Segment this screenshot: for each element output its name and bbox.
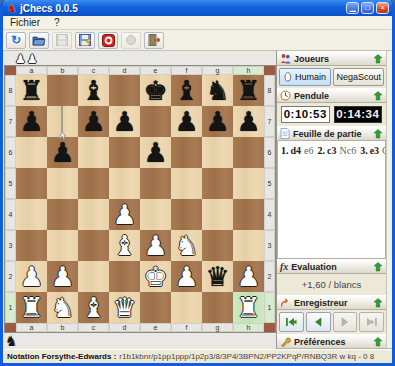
go-to-end-button	[359, 312, 384, 332]
new-game-button[interactable]: ↻	[6, 32, 26, 49]
square-a7[interactable]: ♟	[16, 106, 47, 137]
piece-white-p[interactable]: ♟	[174, 262, 198, 292]
open-folder-icon	[32, 34, 46, 46]
piece-black-p[interactable]: ♟	[81, 107, 105, 137]
clock-icon	[280, 90, 291, 101]
move-white[interactable]: d4	[291, 145, 302, 156]
captured-white-p: ♟	[15, 53, 26, 65]
square-c6[interactable]	[78, 137, 109, 168]
square-d7[interactable]: ♟	[109, 106, 140, 137]
square-d3[interactable]: ♝	[109, 230, 140, 261]
quit-button[interactable]	[144, 32, 164, 49]
square-c8[interactable]: ♝	[78, 75, 109, 106]
rank-label-3-right: 3	[264, 230, 275, 261]
side-panel: Joueurs Humain NegaScout P	[277, 51, 392, 349]
wrench-icon	[280, 336, 291, 347]
white-player-button[interactable]: Humain	[279, 68, 331, 86]
square-d4[interactable]: ♟	[109, 199, 140, 230]
save-button	[52, 32, 72, 49]
players-icon	[280, 53, 291, 64]
piece-white-p[interactable]: ♟	[236, 262, 260, 292]
move-black[interactable]: Nc6	[339, 145, 356, 156]
piece-white-k[interactable]: ♚	[143, 262, 167, 292]
minimize-button[interactable]: ▁	[346, 2, 359, 14]
refresh-icon: ↻	[11, 34, 21, 46]
rank-label-6: 6	[5, 137, 16, 168]
maximize-button[interactable]: □	[361, 2, 374, 14]
piece-white-n[interactable]: ♞	[174, 231, 198, 261]
square-f8[interactable]: ♝	[171, 75, 202, 106]
status-bar: Notation Forsythe-Edwards : r1b1kbnr/p1p…	[3, 349, 392, 363]
square-h4[interactable]	[233, 199, 264, 230]
white-player-name: Humain	[295, 72, 327, 82]
main-area: ♟♟ abcdefgh8♜♝♚♝♞♜87♟♟♟♟♟♟76♟♟6554♟43♝♟♞…	[3, 51, 392, 349]
menu-fichier[interactable]: Fichier	[3, 17, 47, 28]
rank-label-7: 7	[5, 106, 16, 137]
panel-scrollbar[interactable]	[386, 51, 392, 349]
toolbar: ↻	[3, 30, 392, 51]
square-e1[interactable]	[140, 292, 171, 323]
section-joueurs-header[interactable]: Joueurs	[277, 51, 386, 66]
stop-button[interactable]	[98, 32, 118, 49]
file-label-e: e	[140, 323, 171, 332]
piece-white-p[interactable]: ♟	[50, 262, 74, 292]
section-evaluation-header[interactable]: fx Evaluation	[277, 259, 386, 274]
square-e6[interactable]: ♟	[140, 137, 171, 168]
square-e4[interactable]	[140, 199, 171, 230]
file-label-d: d	[109, 66, 140, 75]
rank-label-7-right: 7	[264, 106, 275, 137]
piece-black-r[interactable]: ♜	[236, 76, 260, 106]
piece-white-p[interactable]: ♟	[112, 200, 136, 230]
square-c7[interactable]: ♟	[78, 106, 109, 137]
piece-black-q[interactable]: ♛	[205, 262, 229, 292]
square-c5[interactable]	[78, 168, 109, 199]
section-pendule-title: Pendule	[294, 91, 329, 101]
rank-label-1: 1	[5, 292, 16, 323]
square-h7[interactable]: ♟	[233, 106, 264, 137]
save-as-disk-icon	[79, 34, 91, 46]
piece-black-b[interactable]: ♝	[81, 76, 105, 106]
feuille-settings-icon[interactable]	[373, 129, 383, 139]
move-list[interactable]: 1.d4e62.c3Nc63.e3Qg54.Nf3Qg45.Bd3Nxd46.c…	[277, 141, 386, 259]
square-g4[interactable]	[202, 199, 233, 230]
board-corner	[5, 66, 16, 75]
square-c3[interactable]	[78, 230, 109, 261]
square-b6[interactable]: ♟	[47, 137, 78, 168]
file-label-e: e	[140, 66, 171, 75]
square-a2[interactable]: ♟	[16, 261, 47, 292]
piece-white-p[interactable]: ♟	[19, 262, 43, 292]
square-d2[interactable]	[109, 261, 140, 292]
move-white[interactable]: c3	[327, 145, 336, 156]
move-number: 2.	[318, 145, 326, 156]
rank-label-4: 4	[5, 199, 16, 230]
section-enregistreur-header[interactable]: Enregistreur	[277, 295, 386, 310]
fen-label: Notation Forsythe-Edwards :	[7, 352, 116, 361]
square-b3[interactable]	[47, 230, 78, 261]
exit-door-icon	[148, 34, 161, 46]
piece-black-p[interactable]: ♟	[112, 107, 136, 137]
chess-board: abcdefgh8♜♝♚♝♞♜87♟♟♟♟♟♟76♟♟6554♟43♝♟♞32♟…	[4, 65, 276, 333]
square-b2[interactable]: ♟	[47, 261, 78, 292]
square-h1[interactable]: ♜	[233, 292, 264, 323]
enregistreur-settings-icon[interactable]	[373, 298, 383, 308]
square-a5[interactable]	[16, 168, 47, 199]
game-sheet-icon	[280, 128, 290, 139]
square-g1[interactable]	[202, 292, 233, 323]
black-player-button[interactable]: NegaScout	[333, 68, 385, 86]
piece-black-n[interactable]: ♞	[205, 76, 229, 106]
piece-white-b[interactable]: ♝	[112, 231, 136, 261]
square-f1[interactable]	[171, 292, 202, 323]
back-icon	[313, 317, 323, 327]
piece-white-p[interactable]: ♟	[143, 231, 167, 261]
square-a6[interactable]	[16, 137, 47, 168]
square-f6[interactable]	[171, 137, 202, 168]
square-g7[interactable]: ♟	[202, 106, 233, 137]
clocks: 0:10:53 0:14:34	[277, 103, 386, 126]
piece-black-p[interactable]: ♟	[50, 138, 74, 168]
file-label-f: f	[171, 323, 202, 332]
captured-tray-bottom: ♞	[3, 333, 276, 348]
go-to-start-button[interactable]	[279, 312, 304, 332]
rank-label-4-right: 4	[264, 199, 275, 230]
file-label-f: f	[171, 66, 202, 75]
rank-label-8-right: 8	[264, 75, 275, 106]
evaluation-settings-icon[interactable]	[373, 262, 383, 272]
file-label-g: g	[202, 323, 233, 332]
evaluation-value: +1,60 / blancs	[277, 274, 386, 295]
square-f3[interactable]: ♞	[171, 230, 202, 261]
section-preferences-title: Préférences	[294, 337, 346, 347]
move-white[interactable]: e3	[370, 145, 379, 156]
square-a1[interactable]: ♜	[16, 292, 47, 323]
piece-white-b[interactable]: ♝	[81, 293, 105, 323]
square-a3[interactable]	[16, 230, 47, 261]
piece-black-p[interactable]: ♟	[236, 107, 260, 137]
skip-forward-icon	[366, 317, 378, 327]
white-clock: 0:10:53	[281, 106, 330, 123]
pendule-settings-icon[interactable]	[373, 91, 383, 101]
file-label-g: g	[202, 66, 233, 75]
fen-value: r1b1kbnr/p1pp1ppp/1p2p3/8/3P4/3BPN2/PP2K…	[119, 352, 374, 361]
app-icon: ♞	[7, 3, 17, 14]
skip-back-icon	[285, 317, 297, 327]
square-e2[interactable]: ♚	[140, 261, 171, 292]
app-window: ♞ jChecs 0.0.5 ▁ □ × Fichier ? ↻	[0, 0, 395, 366]
square-f5[interactable]	[171, 168, 202, 199]
rank-label-2: 2	[5, 261, 16, 292]
file-label-b: b	[47, 323, 78, 332]
section-preferences-header[interactable]: Préférences	[277, 334, 386, 349]
square-g2[interactable]: ♛	[202, 261, 233, 292]
square-g8[interactable]: ♞	[202, 75, 233, 106]
rank-label-1-right: 1	[264, 292, 275, 323]
rank-label-3: 3	[5, 230, 16, 261]
forward-icon	[340, 317, 350, 327]
move-black[interactable]: e6	[304, 145, 313, 156]
recorder-controls	[277, 310, 386, 334]
square-b1[interactable]: ♞	[47, 292, 78, 323]
black-player-name: NegaScout	[337, 72, 382, 82]
square-a4[interactable]	[16, 199, 47, 230]
square-b4[interactable]	[47, 199, 78, 230]
square-e7[interactable]	[140, 106, 171, 137]
square-d8[interactable]	[109, 75, 140, 106]
section-joueurs-title: Joueurs	[294, 54, 329, 64]
piece-black-k[interactable]: ♚	[143, 76, 167, 106]
square-d1[interactable]: ♛	[109, 292, 140, 323]
square-h3[interactable]	[233, 230, 264, 261]
piece-black-r[interactable]: ♜	[19, 76, 43, 106]
white-hand-icon	[283, 72, 293, 83]
piece-white-q[interactable]: ♛	[112, 293, 136, 323]
menu-bar: Fichier ?	[3, 16, 392, 30]
square-e8[interactable]: ♚	[140, 75, 171, 106]
square-g3[interactable]	[202, 230, 233, 261]
menu-help[interactable]: ?	[47, 17, 67, 28]
file-label-h: h	[233, 323, 264, 332]
square-f4[interactable]	[171, 199, 202, 230]
captured-tray-top: ♟♟	[3, 52, 276, 65]
file-label-d: d	[109, 323, 140, 332]
file-label-a: a	[16, 323, 47, 332]
preferences-settings-icon[interactable]	[373, 337, 383, 347]
rank-label-5-right: 5	[264, 168, 275, 199]
board-corner	[5, 323, 16, 332]
players-row: Humain NegaScout	[277, 66, 386, 88]
file-label-h: h	[233, 66, 264, 75]
square-d5[interactable]	[109, 168, 140, 199]
section-pendule-header[interactable]: Pendule	[277, 88, 386, 103]
square-b5[interactable]	[47, 168, 78, 199]
square-g5[interactable]	[202, 168, 233, 199]
square-h5[interactable]	[233, 168, 264, 199]
square-b8[interactable]	[47, 75, 78, 106]
rank-label-5: 5	[5, 168, 16, 199]
rank-label-6-right: 6	[264, 137, 275, 168]
square-g6[interactable]	[202, 137, 233, 168]
record-button	[121, 32, 141, 49]
close-button[interactable]: ×	[376, 2, 389, 14]
file-label-c: c	[78, 66, 109, 75]
move-number: 1.	[281, 145, 289, 156]
rank-label-2-right: 2	[264, 261, 275, 292]
square-h8[interactable]: ♜	[233, 75, 264, 106]
section-enregistreur-title: Enregistreur	[294, 298, 348, 308]
board-panel: ♟♟ abcdefgh8♜♝♚♝♞♜87♟♟♟♟♟♟76♟♟6554♟43♝♟♞…	[3, 51, 277, 349]
black-clock: 0:14:34	[334, 106, 383, 123]
board-corner	[264, 323, 275, 332]
board-corner	[264, 66, 275, 75]
section-feuille-title: Feuille de partie	[293, 129, 362, 139]
stop-icon	[102, 34, 115, 47]
square-f7[interactable]: ♟	[171, 106, 202, 137]
piece-white-n[interactable]: ♞	[50, 293, 74, 323]
square-h6[interactable]	[233, 137, 264, 168]
open-button[interactable]	[29, 32, 49, 49]
square-f2[interactable]: ♟	[171, 261, 202, 292]
file-label-c: c	[78, 323, 109, 332]
file-label-a: a	[16, 66, 47, 75]
move-number: 3.	[360, 145, 368, 156]
square-e5[interactable]	[140, 168, 171, 199]
piece-black-p[interactable]: ♟	[19, 107, 43, 137]
square-a8[interactable]: ♜	[16, 75, 47, 106]
window-title: jChecs 0.0.5	[20, 3, 344, 14]
piece-black-p[interactable]: ♟	[174, 107, 198, 137]
joueurs-settings-icon[interactable]	[373, 54, 383, 64]
square-e3[interactable]: ♟	[140, 230, 171, 261]
step-forward-button	[333, 312, 358, 332]
step-back-button[interactable]	[306, 312, 331, 332]
square-c4[interactable]	[78, 199, 109, 230]
section-feuille-header[interactable]: Feuille de partie	[277, 126, 386, 141]
square-c2[interactable]	[78, 261, 109, 292]
rank-label-8: 8	[5, 75, 16, 106]
square-d6[interactable]	[109, 137, 140, 168]
record-icon	[125, 34, 137, 46]
title-bar[interactable]: ♞ jChecs 0.0.5 ▁ □ ×	[3, 0, 392, 16]
save-as-button[interactable]	[75, 32, 95, 49]
save-disk-icon	[56, 34, 68, 46]
file-label-b: b	[47, 66, 78, 75]
square-c1[interactable]: ♝	[78, 292, 109, 323]
square-b7[interactable]	[47, 106, 78, 137]
piece-black-b[interactable]: ♝	[174, 76, 198, 106]
captured-white-p: ♟	[27, 53, 38, 65]
piece-white-r[interactable]: ♜	[236, 293, 260, 323]
piece-black-p[interactable]: ♟	[143, 138, 167, 168]
piece-white-r[interactable]: ♜	[19, 293, 43, 323]
recorder-icon	[280, 298, 291, 308]
square-h2[interactable]: ♟	[233, 261, 264, 292]
fx-icon: fx	[280, 262, 288, 272]
section-evaluation-title: Evaluation	[291, 262, 337, 272]
piece-black-p[interactable]: ♟	[205, 107, 229, 137]
captured-black-n: ♞	[5, 335, 18, 347]
